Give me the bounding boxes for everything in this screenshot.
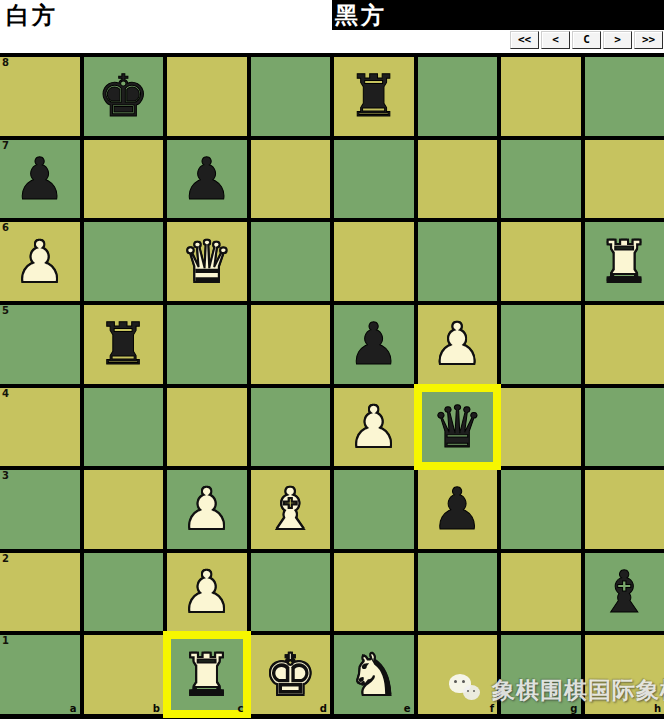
piece-black-bishop[interactable]: ♝ [598, 563, 650, 621]
square-g4[interactable] [501, 388, 581, 467]
square-g6[interactable] [501, 222, 581, 301]
go-last-button[interactable]: >> [634, 31, 663, 49]
black-side-bar: 黑方 [332, 0, 664, 30]
square-h3[interactable] [585, 470, 664, 549]
square-c8[interactable] [167, 57, 247, 136]
rank-label-8: 8 [2, 57, 9, 68]
square-h7[interactable] [585, 140, 664, 219]
square-a7[interactable]: 7♟ [0, 140, 80, 219]
square-a1[interactable]: 1a [0, 635, 80, 714]
square-h4[interactable] [585, 388, 664, 467]
piece-black-rook[interactable]: ♜ [97, 315, 149, 373]
piece-black-pawn[interactable]: ♟ [431, 480, 483, 538]
chess-board: 8♚♜7♟♟6♟♛♜5♜♟♟4♟♛3♟♝♟2♟♝1abc♜d♚e♞fgh [0, 53, 664, 719]
square-b1[interactable]: b [84, 635, 164, 714]
rank-label-2: 2 [2, 553, 9, 564]
file-label-d: d [320, 703, 327, 714]
square-f8[interactable] [418, 57, 498, 136]
square-f4[interactable]: ♛ [418, 388, 498, 467]
file-label-a: a [70, 703, 77, 714]
rank-label-5: 5 [2, 305, 9, 316]
piece-black-king[interactable]: ♚ [97, 67, 149, 125]
piece-white-pawn[interactable]: ♟ [431, 315, 483, 373]
piece-white-knight[interactable]: ♞ [348, 646, 400, 704]
square-a5[interactable]: 5 [0, 305, 80, 384]
square-c2[interactable]: ♟ [167, 553, 247, 632]
square-c3[interactable]: ♟ [167, 470, 247, 549]
square-f2[interactable] [418, 553, 498, 632]
square-b6[interactable] [84, 222, 164, 301]
rank-label-1: 1 [2, 635, 9, 646]
square-g3[interactable] [501, 470, 581, 549]
square-c5[interactable] [167, 305, 247, 384]
square-e2[interactable] [334, 553, 414, 632]
square-g5[interactable] [501, 305, 581, 384]
square-f5[interactable]: ♟ [418, 305, 498, 384]
square-g1[interactable]: g [501, 635, 581, 714]
square-a3[interactable]: 3 [0, 470, 80, 549]
piece-black-pawn[interactable]: ♟ [348, 315, 400, 373]
piece-white-bishop[interactable]: ♝ [264, 480, 316, 538]
go-first-button[interactable]: << [510, 31, 539, 49]
go-next-button[interactable]: > [603, 31, 632, 49]
square-d8[interactable] [251, 57, 331, 136]
square-h1[interactable]: h [585, 635, 664, 714]
square-d6[interactable] [251, 222, 331, 301]
file-label-g: g [570, 703, 577, 714]
file-label-b: b [153, 703, 160, 714]
piece-white-queen[interactable]: ♛ [181, 233, 233, 291]
piece-black-pawn[interactable]: ♟ [14, 150, 66, 208]
square-g8[interactable] [501, 57, 581, 136]
square-g7[interactable] [501, 140, 581, 219]
square-c6[interactable]: ♛ [167, 222, 247, 301]
piece-white-pawn[interactable]: ♟ [181, 480, 233, 538]
piece-white-rook[interactable]: ♜ [181, 646, 233, 704]
square-c1[interactable]: c♜ [167, 635, 247, 714]
file-label-h: h [654, 703, 661, 714]
square-a2[interactable]: 2 [0, 553, 80, 632]
square-f1[interactable]: f [418, 635, 498, 714]
square-a6[interactable]: 6♟ [0, 222, 80, 301]
piece-white-pawn[interactable]: ♟ [14, 233, 66, 291]
center-button[interactable]: C [572, 31, 601, 49]
square-e1[interactable]: e♞ [334, 635, 414, 714]
square-g2[interactable] [501, 553, 581, 632]
white-side-label: 白方 [6, 1, 58, 29]
square-e6[interactable] [334, 222, 414, 301]
square-h8[interactable] [585, 57, 664, 136]
piece-black-pawn[interactable]: ♟ [181, 150, 233, 208]
square-e5[interactable]: ♟ [334, 305, 414, 384]
piece-white-pawn[interactable]: ♟ [348, 398, 400, 456]
move-navigation-bar: << < C > >> [510, 31, 663, 49]
square-a4[interactable]: 4 [0, 388, 80, 467]
square-d5[interactable] [251, 305, 331, 384]
square-d4[interactable] [251, 388, 331, 467]
black-side-label: 黑方 [335, 1, 387, 29]
square-d7[interactable] [251, 140, 331, 219]
rank-label-7: 7 [2, 140, 9, 151]
square-c4[interactable] [167, 388, 247, 467]
file-label-f: f [490, 703, 494, 714]
square-h5[interactable] [585, 305, 664, 384]
square-f7[interactable] [418, 140, 498, 219]
piece-black-rook[interactable]: ♜ [348, 67, 400, 125]
square-b8[interactable]: ♚ [84, 57, 164, 136]
square-b7[interactable] [84, 140, 164, 219]
piece-white-king[interactable]: ♚ [264, 646, 316, 704]
square-d2[interactable] [251, 553, 331, 632]
square-e3[interactable] [334, 470, 414, 549]
go-prev-button[interactable]: < [541, 31, 570, 49]
square-e8[interactable]: ♜ [334, 57, 414, 136]
rank-label-4: 4 [2, 388, 9, 399]
square-f6[interactable] [418, 222, 498, 301]
rank-label-3: 3 [2, 470, 9, 481]
square-f3[interactable]: ♟ [418, 470, 498, 549]
square-d3[interactable]: ♝ [251, 470, 331, 549]
square-b2[interactable] [84, 553, 164, 632]
square-b4[interactable] [84, 388, 164, 467]
square-e4[interactable]: ♟ [334, 388, 414, 467]
file-label-e: e [404, 703, 411, 714]
square-e7[interactable] [334, 140, 414, 219]
piece-black-queen[interactable]: ♛ [431, 398, 483, 456]
file-label-c: c [238, 703, 244, 714]
square-b3[interactable] [84, 470, 164, 549]
piece-white-rook[interactable]: ♜ [598, 233, 650, 291]
square-h2[interactable]: ♝ [585, 553, 664, 632]
square-d1[interactable]: d♚ [251, 635, 331, 714]
piece-white-pawn[interactable]: ♟ [181, 563, 233, 621]
square-b5[interactable]: ♜ [84, 305, 164, 384]
square-a8[interactable]: 8 [0, 57, 80, 136]
square-c7[interactable]: ♟ [167, 140, 247, 219]
square-h6[interactable]: ♜ [585, 222, 664, 301]
rank-label-6: 6 [2, 222, 9, 233]
